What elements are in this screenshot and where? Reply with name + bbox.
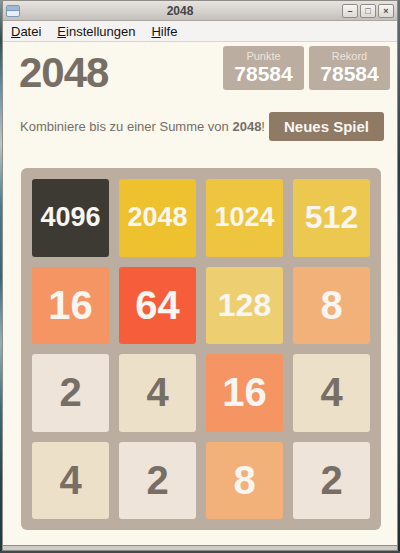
tile-16: 16 — [32, 267, 109, 345]
new-game-button[interactable]: Neues Spiel — [269, 112, 384, 141]
tile-2048: 2048 — [119, 179, 196, 257]
close-icon[interactable]: × — [378, 4, 394, 18]
maximize-icon[interactable]: □ — [360, 4, 376, 18]
tile-4: 4 — [293, 354, 370, 432]
tile-512: 512 — [293, 179, 370, 257]
tile-4: 4 — [119, 354, 196, 432]
score-value: 78584 — [318, 63, 381, 85]
titlebar[interactable]: 2048 – □ × — [3, 1, 397, 21]
tile-4: 4 — [32, 442, 109, 520]
menubar: DateiEinstellungenHilfe — [3, 21, 397, 42]
tile-4096: 4096 — [32, 179, 109, 257]
application-icon — [6, 5, 20, 17]
score-boxes: Punkte 78584 Rekord 78584 — [223, 46, 390, 90]
menu-item-hilfe[interactable]: Hilfe — [143, 22, 185, 41]
game-board[interactable]: 40962048102451216641288241644282 — [21, 168, 381, 530]
minimize-icon[interactable]: – — [342, 4, 358, 18]
window-title: 2048 — [20, 4, 340, 18]
tile-8: 8 — [206, 442, 283, 520]
score-value: 78584 — [232, 63, 295, 85]
tile-2: 2 — [293, 442, 370, 520]
goal-text: Kombiniere bis zu einer Summe von 2048! — [20, 119, 265, 135]
window-frame-bottom[interactable] — [3, 545, 397, 550]
tile-16: 16 — [206, 354, 283, 432]
tile-2: 2 — [32, 354, 109, 432]
page-title: 2048 — [19, 49, 108, 97]
menu-item-datei[interactable]: Datei — [3, 22, 49, 41]
tile-2: 2 — [119, 442, 196, 520]
tile-64: 64 — [119, 267, 196, 345]
score-box-punkte: Punkte 78584 — [223, 46, 304, 90]
goal-number: 2048 — [232, 119, 261, 134]
tile-1024: 1024 — [206, 179, 283, 257]
tile-8: 8 — [293, 267, 370, 345]
content: 2048 Punkte 78584 Rekord 78584 Kombinier… — [3, 42, 397, 545]
tile-128: 128 — [206, 267, 283, 345]
app-window: 2048 – □ × DateiEinstellungenHilfe 2048 … — [2, 0, 398, 551]
score-box-rekord: Rekord 78584 — [309, 46, 390, 90]
menu-item-einstellungen[interactable]: Einstellungen — [49, 22, 143, 41]
screen: 2048 – □ × DateiEinstellungenHilfe 2048 … — [0, 0, 400, 553]
